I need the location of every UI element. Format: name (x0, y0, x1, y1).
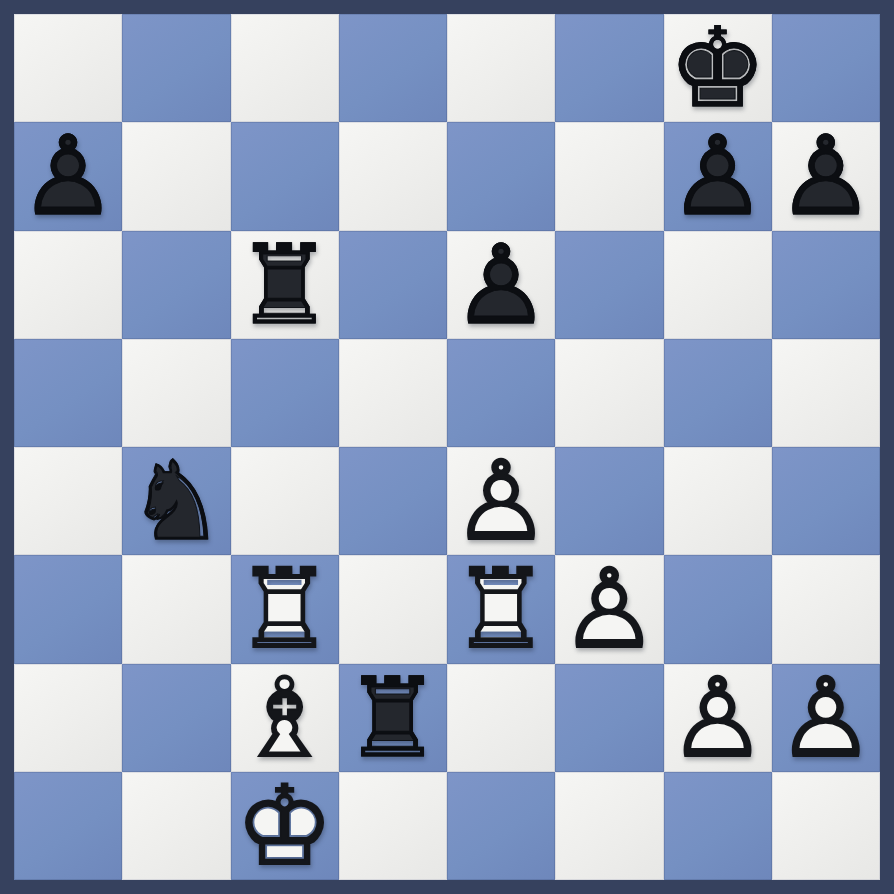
white-rook-outline: ♖ (231, 555, 339, 663)
square-b7[interactable] (122, 122, 230, 230)
square-b4[interactable]: ♞♘ (122, 447, 230, 555)
square-g8[interactable]: ♚♔ (664, 14, 772, 122)
square-g4[interactable] (664, 447, 772, 555)
white-pawn-outline: ♙ (772, 664, 880, 772)
square-a1[interactable] (14, 772, 122, 880)
square-a4[interactable] (14, 447, 122, 555)
white-king-outline: ♔ (231, 772, 339, 880)
square-c6[interactable]: ♜♖ (231, 231, 339, 339)
square-b3[interactable] (122, 555, 230, 663)
black-rook-outline: ♖ (339, 664, 447, 772)
square-h1[interactable] (772, 772, 880, 880)
white-rook-outline: ♖ (447, 555, 555, 663)
square-b8[interactable] (122, 14, 230, 122)
white-bishop-outline: ♗ (231, 664, 339, 772)
square-a7[interactable]: ♟♙ (14, 122, 122, 230)
square-c1[interactable]: ♚♔ (231, 772, 339, 880)
black-king-outline: ♔ (664, 14, 772, 122)
black-rook[interactable]: ♜♖ (231, 231, 339, 339)
square-d1[interactable] (339, 772, 447, 880)
square-a3[interactable] (14, 555, 122, 663)
square-d6[interactable] (339, 231, 447, 339)
black-pawn[interactable]: ♟♙ (772, 122, 880, 230)
square-g1[interactable] (664, 772, 772, 880)
square-e8[interactable] (447, 14, 555, 122)
square-e3[interactable]: ♜♖ (447, 555, 555, 663)
square-e5[interactable] (447, 339, 555, 447)
white-pawn[interactable]: ♟♙ (555, 555, 663, 663)
black-pawn-outline: ♙ (447, 231, 555, 339)
black-rook-outline: ♖ (231, 231, 339, 339)
square-b6[interactable] (122, 231, 230, 339)
square-d8[interactable] (339, 14, 447, 122)
square-g2[interactable]: ♟♙ (664, 664, 772, 772)
white-pawn-outline: ♙ (555, 555, 663, 663)
square-f8[interactable] (555, 14, 663, 122)
square-c5[interactable] (231, 339, 339, 447)
white-rook[interactable]: ♜♖ (231, 555, 339, 663)
white-rook[interactable]: ♜♖ (447, 555, 555, 663)
square-a6[interactable] (14, 231, 122, 339)
square-h6[interactable] (772, 231, 880, 339)
black-knight-outline: ♘ (122, 447, 230, 555)
square-b5[interactable] (122, 339, 230, 447)
black-pawn[interactable]: ♟♙ (14, 122, 122, 230)
square-e6[interactable]: ♟♙ (447, 231, 555, 339)
square-e2[interactable] (447, 664, 555, 772)
square-h7[interactable]: ♟♙ (772, 122, 880, 230)
white-pawn-outline: ♙ (664, 664, 772, 772)
square-f4[interactable] (555, 447, 663, 555)
square-c3[interactable]: ♜♖ (231, 555, 339, 663)
white-pawn[interactable]: ♟♙ (447, 447, 555, 555)
square-f1[interactable] (555, 772, 663, 880)
square-g3[interactable] (664, 555, 772, 663)
square-h3[interactable] (772, 555, 880, 663)
square-b1[interactable] (122, 772, 230, 880)
square-a8[interactable] (14, 14, 122, 122)
square-f7[interactable] (555, 122, 663, 230)
square-h4[interactable] (772, 447, 880, 555)
black-pawn[interactable]: ♟♙ (447, 231, 555, 339)
black-rook[interactable]: ♜♖ (339, 664, 447, 772)
square-g6[interactable] (664, 231, 772, 339)
black-knight[interactable]: ♞♘ (122, 447, 230, 555)
square-a2[interactable] (14, 664, 122, 772)
square-a5[interactable] (14, 339, 122, 447)
black-pawn-outline: ♙ (14, 122, 122, 230)
square-h8[interactable] (772, 14, 880, 122)
square-f5[interactable] (555, 339, 663, 447)
square-e4[interactable]: ♟♙ (447, 447, 555, 555)
square-d7[interactable] (339, 122, 447, 230)
square-d4[interactable] (339, 447, 447, 555)
black-king[interactable]: ♚♔ (664, 14, 772, 122)
white-king[interactable]: ♚♔ (231, 772, 339, 880)
white-pawn[interactable]: ♟♙ (772, 664, 880, 772)
white-bishop[interactable]: ♝♗ (231, 664, 339, 772)
square-b2[interactable] (122, 664, 230, 772)
square-d3[interactable] (339, 555, 447, 663)
black-pawn[interactable]: ♟♙ (664, 122, 772, 230)
square-e7[interactable] (447, 122, 555, 230)
square-f3[interactable]: ♟♙ (555, 555, 663, 663)
square-h5[interactable] (772, 339, 880, 447)
square-d2[interactable]: ♜♖ (339, 664, 447, 772)
white-pawn-outline: ♙ (447, 447, 555, 555)
square-e1[interactable] (447, 772, 555, 880)
square-c4[interactable] (231, 447, 339, 555)
black-pawn-outline: ♙ (772, 122, 880, 230)
square-g5[interactable] (664, 339, 772, 447)
square-f2[interactable] (555, 664, 663, 772)
square-c2[interactable]: ♝♗ (231, 664, 339, 772)
white-pawn[interactable]: ♟♙ (664, 664, 772, 772)
square-f6[interactable] (555, 231, 663, 339)
square-g7[interactable]: ♟♙ (664, 122, 772, 230)
square-c8[interactable] (231, 14, 339, 122)
square-d5[interactable] (339, 339, 447, 447)
board-frame: ♚♔♟♙♟♙♟♙♜♖♟♙♞♘♟♙♜♖♜♖♟♙♝♗♜♖♟♙♟♙♚♔ (0, 0, 894, 894)
square-h2[interactable]: ♟♙ (772, 664, 880, 772)
chess-board: ♚♔♟♙♟♙♟♙♜♖♟♙♞♘♟♙♜♖♜♖♟♙♝♗♜♖♟♙♟♙♚♔ (14, 14, 880, 880)
square-c7[interactable] (231, 122, 339, 230)
black-pawn-outline: ♙ (664, 122, 772, 230)
